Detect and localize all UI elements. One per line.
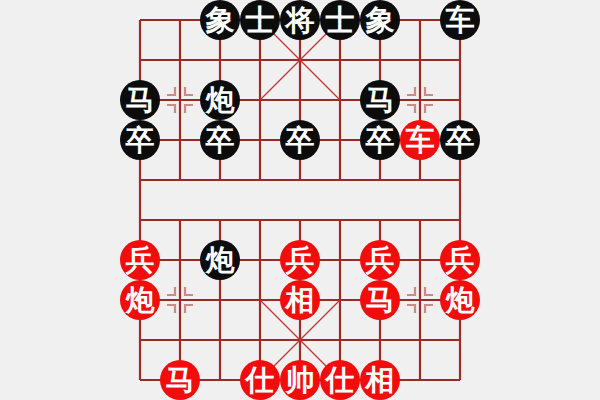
board-point[interactable]: 将	[280, 0, 320, 40]
board-point[interactable]	[240, 240, 280, 280]
board-point[interactable]	[280, 200, 320, 240]
board-point[interactable]	[400, 0, 440, 40]
board-point[interactable]	[440, 160, 480, 200]
board-point[interactable]	[320, 40, 360, 80]
piece-red-pawn[interactable]: 兵	[120, 240, 160, 280]
board-point[interactable]	[120, 360, 160, 400]
board-point[interactable]	[280, 320, 320, 360]
board-point[interactable]: 象	[200, 0, 240, 40]
piece-red-elephant[interactable]: 相	[280, 280, 320, 320]
board-point[interactable]	[160, 200, 200, 240]
app-background: 象士将士象车马炮马卒卒卒卒车卒兵炮兵兵兵炮相马炮马仕帅仕相	[0, 0, 600, 400]
board-point[interactable]	[200, 360, 240, 400]
board-point[interactable]	[200, 40, 240, 80]
board-point[interactable]	[160, 0, 200, 40]
piece-red-horse[interactable]: 马	[160, 360, 200, 400]
board-point[interactable]	[280, 160, 320, 200]
piece-red-elephant[interactable]: 相	[360, 360, 400, 400]
board-point[interactable]: 象	[360, 0, 400, 40]
board-point[interactable]: 马	[360, 80, 400, 120]
piece-black-pawn[interactable]: 卒	[280, 120, 320, 160]
board-point[interactable]: 兵	[120, 240, 160, 280]
board-point[interactable]	[160, 80, 200, 120]
board-point[interactable]	[320, 80, 360, 120]
board-point[interactable]	[320, 240, 360, 280]
board-point[interactable]	[400, 200, 440, 240]
board-point[interactable]	[240, 280, 280, 320]
piece-black-pawn[interactable]: 卒	[200, 120, 240, 160]
piece-black-pawn[interactable]: 卒	[120, 120, 160, 160]
board-point[interactable]	[400, 280, 440, 320]
board-point[interactable]: 士	[320, 0, 360, 40]
board-point[interactable]: 炮	[200, 80, 240, 120]
board-point[interactable]	[160, 120, 200, 160]
piece-black-cannon[interactable]: 炮	[200, 240, 240, 280]
board-point[interactable]: 卒	[360, 120, 400, 160]
board-point[interactable]	[320, 120, 360, 160]
piece-black-advisor[interactable]: 士	[240, 0, 280, 40]
board-point[interactable]: 兵	[360, 240, 400, 280]
board-point[interactable]	[240, 320, 280, 360]
board-point[interactable]: 仕	[320, 360, 360, 400]
board-point[interactable]	[280, 40, 320, 80]
piece-black-elephant[interactable]: 象	[360, 0, 400, 40]
board-point[interactable]	[240, 40, 280, 80]
board-point[interactable]	[160, 40, 200, 80]
board-point[interactable]	[440, 80, 480, 120]
board-point[interactable]: 炮	[440, 280, 480, 320]
piece-red-advisor[interactable]: 仕	[240, 360, 280, 400]
board-point[interactable]	[160, 320, 200, 360]
board-point[interactable]: 车	[400, 120, 440, 160]
piece-black-pawn[interactable]: 卒	[440, 120, 480, 160]
board-point[interactable]: 卒	[200, 120, 240, 160]
piece-red-pawn[interactable]: 兵	[360, 240, 400, 280]
board-point[interactable]	[320, 200, 360, 240]
board-point[interactable]: 车	[440, 0, 480, 40]
board-point[interactable]	[200, 280, 240, 320]
board-point[interactable]	[360, 160, 400, 200]
board-point[interactable]	[400, 160, 440, 200]
board-point[interactable]	[120, 40, 160, 80]
board-point[interactable]: 马	[160, 360, 200, 400]
board-point[interactable]	[400, 320, 440, 360]
piece-red-chariot[interactable]: 车	[400, 120, 440, 160]
board-point[interactable]: 士	[240, 0, 280, 40]
board-point[interactable]	[360, 320, 400, 360]
board-point[interactable]: 马	[120, 80, 160, 120]
piece-red-cannon[interactable]: 炮	[120, 280, 160, 320]
board-point[interactable]	[400, 240, 440, 280]
piece-red-general[interactable]: 帅	[280, 360, 320, 400]
board-point[interactable]	[200, 160, 240, 200]
piece-black-cannon[interactable]: 炮	[200, 80, 240, 120]
board-point[interactable]	[120, 160, 160, 200]
piece-black-elephant[interactable]: 象	[200, 0, 240, 40]
piece-red-cannon[interactable]: 炮	[440, 280, 480, 320]
board-point[interactable]: 炮	[120, 280, 160, 320]
board-point[interactable]	[320, 320, 360, 360]
board-point[interactable]	[120, 320, 160, 360]
board-point[interactable]	[440, 320, 480, 360]
board-point[interactable]	[360, 200, 400, 240]
board-point[interactable]	[200, 320, 240, 360]
board-point[interactable]	[360, 40, 400, 80]
board-point[interactable]	[160, 160, 200, 200]
board-point[interactable]: 相	[360, 360, 400, 400]
board-point[interactable]	[120, 200, 160, 240]
board-point[interactable]	[120, 0, 160, 40]
board-point[interactable]	[400, 40, 440, 80]
board-point[interactable]	[160, 280, 200, 320]
piece-black-pawn[interactable]: 卒	[360, 120, 400, 160]
board-point[interactable]	[400, 80, 440, 120]
board-point[interactable]	[240, 200, 280, 240]
piece-black-horse[interactable]: 马	[360, 80, 400, 120]
piece-red-horse[interactable]: 马	[360, 280, 400, 320]
piece-red-pawn[interactable]: 兵	[280, 240, 320, 280]
board-point[interactable]	[440, 360, 480, 400]
board-point[interactable]: 马	[360, 280, 400, 320]
board-point[interactable]: 卒	[440, 120, 480, 160]
piece-black-horse[interactable]: 马	[120, 80, 160, 120]
piece-black-chariot[interactable]: 车	[440, 0, 480, 40]
board-point[interactable]	[320, 280, 360, 320]
board-point[interactable]	[160, 240, 200, 280]
board-points: 象士将士象车马炮马卒卒卒卒车卒兵炮兵兵兵炮相马炮马仕帅仕相	[120, 0, 480, 400]
board-point[interactable]	[440, 200, 480, 240]
board-point[interactable]	[440, 40, 480, 80]
board-point[interactable]	[240, 120, 280, 160]
board-point[interactable]: 兵	[280, 240, 320, 280]
piece-red-pawn[interactable]: 兵	[440, 240, 480, 280]
board-point[interactable]: 兵	[440, 240, 480, 280]
xiangqi-board: 象士将士象车马炮马卒卒卒卒车卒兵炮兵兵兵炮相马炮马仕帅仕相	[0, 0, 600, 400]
board-point[interactable]	[240, 80, 280, 120]
board-point[interactable]	[320, 160, 360, 200]
board-point[interactable]: 仕	[240, 360, 280, 400]
board-point[interactable]: 卒	[280, 120, 320, 160]
board-point[interactable]	[200, 200, 240, 240]
board-point[interactable]	[400, 360, 440, 400]
board-point[interactable]: 相	[280, 280, 320, 320]
board-point[interactable]: 炮	[200, 240, 240, 280]
board-point[interactable]: 卒	[120, 120, 160, 160]
piece-black-advisor[interactable]: 士	[320, 0, 360, 40]
board-point[interactable]	[280, 80, 320, 120]
board-point[interactable]	[240, 160, 280, 200]
piece-black-general[interactable]: 将	[280, 0, 320, 40]
piece-red-advisor[interactable]: 仕	[320, 360, 360, 400]
board-point[interactable]: 帅	[280, 360, 320, 400]
